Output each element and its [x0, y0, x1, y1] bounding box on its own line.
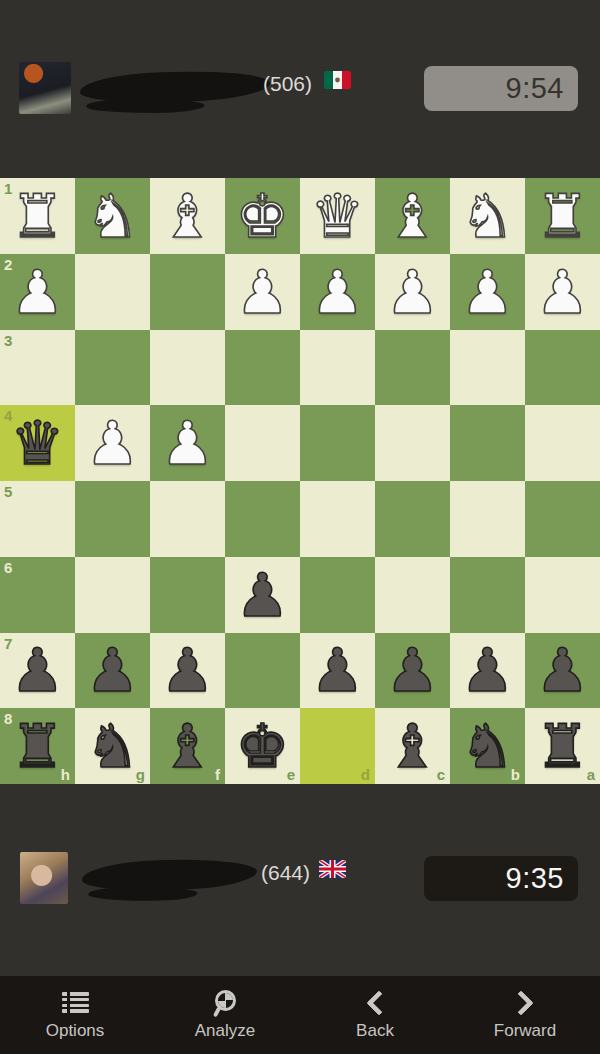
white-knight-g1[interactable]: ♞ [86, 179, 140, 253]
analyze-label: Analyze [195, 1022, 255, 1040]
white-pawn-f4[interactable]: ♟ [161, 406, 215, 480]
square-h4[interactable]: 4♛ [0, 405, 75, 481]
square-d8[interactable]: d [300, 708, 375, 784]
square-d5[interactable] [300, 481, 375, 557]
square-g6[interactable] [75, 557, 150, 633]
square-a2[interactable]: ♟ [525, 254, 600, 330]
black-queen-h4[interactable]: ♛ [11, 406, 65, 480]
square-a8[interactable]: a♜ [525, 708, 600, 784]
back-label: Back [356, 1022, 394, 1040]
square-d6[interactable] [300, 557, 375, 633]
forward-label: Forward [494, 1022, 556, 1040]
black-king-e8[interactable]: ♚ [236, 709, 290, 783]
square-f3[interactable] [150, 330, 225, 406]
square-e3[interactable] [225, 330, 300, 406]
rank-label-3: 3 [4, 333, 12, 348]
square-h7[interactable]: 7♟ [0, 633, 75, 709]
analyze-magnifier-icon [212, 991, 238, 1015]
square-a1[interactable]: ♜ [525, 178, 600, 254]
square-b4[interactable] [450, 405, 525, 481]
white-pawn-a2[interactable]: ♟ [536, 255, 590, 329]
square-a5[interactable] [525, 481, 600, 557]
white-king-e1[interactable]: ♚ [236, 179, 290, 253]
square-c7[interactable]: ♟ [375, 633, 450, 709]
square-g1[interactable]: ♞ [75, 178, 150, 254]
square-c1[interactable]: ♝ [375, 178, 450, 254]
rank-label-7: 7 [4, 636, 12, 651]
square-e7[interactable] [225, 633, 300, 709]
back-chevron-icon [362, 991, 388, 1015]
square-g5[interactable] [75, 481, 150, 557]
square-b5[interactable] [450, 481, 525, 557]
square-d3[interactable] [300, 330, 375, 406]
file-label-f: f [215, 767, 220, 782]
top-player-row: (506) 9:54 [0, 62, 600, 122]
square-f5[interactable] [150, 481, 225, 557]
file-label-a: a [587, 767, 595, 782]
top-player-clock: 9:54 [424, 66, 578, 111]
white-pawn-b2[interactable]: ♟ [461, 255, 515, 329]
white-pawn-d2[interactable]: ♟ [311, 255, 365, 329]
square-c3[interactable] [375, 330, 450, 406]
analyze-button[interactable]: Analyze [150, 991, 300, 1040]
square-a6[interactable] [525, 557, 600, 633]
options-button[interactable]: Options [0, 991, 150, 1040]
file-label-c: c [437, 767, 445, 782]
square-e6[interactable]: ♟ [225, 557, 300, 633]
white-pawn-g4[interactable]: ♟ [86, 406, 140, 480]
uk-flag-icon [319, 860, 346, 878]
bottom-player-row: (644) 9:35 [0, 852, 600, 912]
options-label: Options [46, 1022, 105, 1040]
square-b1[interactable]: ♞ [450, 178, 525, 254]
square-h8[interactable]: 8h♜ [0, 708, 75, 784]
bottom-clock-time: 9:35 [506, 862, 564, 895]
top-clock-time: 9:54 [506, 72, 564, 105]
square-e8[interactable]: e♚ [225, 708, 300, 784]
square-c6[interactable] [375, 557, 450, 633]
square-e2[interactable]: ♟ [225, 254, 300, 330]
square-e5[interactable] [225, 481, 300, 557]
white-rook-h1[interactable]: ♜ [11, 179, 65, 253]
square-b3[interactable] [450, 330, 525, 406]
square-g7[interactable]: ♟ [75, 633, 150, 709]
square-a3[interactable] [525, 330, 600, 406]
top-player-avatar[interactable] [19, 62, 71, 114]
square-d4[interactable] [300, 405, 375, 481]
white-queen-d1[interactable]: ♛ [311, 179, 365, 253]
black-pawn-b7[interactable]: ♟ [461, 633, 515, 707]
mexico-flag-icon [324, 71, 351, 89]
square-c4[interactable] [375, 405, 450, 481]
rank-label-5: 5 [4, 484, 12, 499]
square-d1[interactable]: ♛ [300, 178, 375, 254]
bottom-player-clock: 9:35 [424, 856, 578, 901]
square-f4[interactable]: ♟ [150, 405, 225, 481]
square-g3[interactable] [75, 330, 150, 406]
black-rook-a8[interactable]: ♜ [536, 709, 590, 783]
square-f1[interactable]: ♝ [150, 178, 225, 254]
white-bishop-f1[interactable]: ♝ [161, 179, 215, 253]
square-c8[interactable]: c♝ [375, 708, 450, 784]
file-label-e: e [287, 767, 295, 782]
rank-label-6: 6 [4, 560, 12, 575]
square-b7[interactable]: ♟ [450, 633, 525, 709]
rank-label-8: 8 [4, 711, 12, 726]
square-a4[interactable] [525, 405, 600, 481]
black-pawn-d7[interactable]: ♟ [311, 633, 365, 707]
square-b8[interactable]: b♞ [450, 708, 525, 784]
white-pawn-e2[interactable]: ♟ [236, 255, 290, 329]
bottom-player-name-redacted [82, 858, 258, 893]
square-e4[interactable] [225, 405, 300, 481]
file-label-g: g [136, 767, 145, 782]
black-pawn-g7[interactable]: ♟ [86, 633, 140, 707]
square-e1[interactable]: ♚ [225, 178, 300, 254]
file-label-b: b [511, 767, 520, 782]
bottom-player-rating: (644) [261, 861, 310, 885]
forward-chevron-icon [512, 991, 538, 1015]
black-knight-b8[interactable]: ♞ [461, 709, 515, 783]
square-g4[interactable]: ♟ [75, 405, 150, 481]
square-h6[interactable]: 6 [0, 557, 75, 633]
back-button[interactable]: Back [300, 991, 450, 1040]
square-b2[interactable]: ♟ [450, 254, 525, 330]
black-pawn-a7[interactable]: ♟ [536, 633, 590, 707]
square-f8[interactable]: f♝ [150, 708, 225, 784]
white-bishop-c1[interactable]: ♝ [386, 179, 440, 253]
top-player-rating: (506) [263, 72, 312, 96]
black-bishop-f8[interactable]: ♝ [161, 709, 215, 783]
black-pawn-c7[interactable]: ♟ [386, 633, 440, 707]
square-f2[interactable] [150, 254, 225, 330]
square-c2[interactable]: ♟ [375, 254, 450, 330]
square-h3[interactable]: 3 [0, 330, 75, 406]
bottom-nav-bar: Options Analyze Back Forward [0, 976, 600, 1054]
black-pawn-e6[interactable]: ♟ [236, 558, 290, 632]
square-a7[interactable]: ♟ [525, 633, 600, 709]
bottom-player-avatar[interactable] [20, 852, 68, 904]
black-rook-h8[interactable]: ♜ [11, 709, 65, 783]
options-list-icon [62, 991, 89, 1015]
white-pawn-c2[interactable]: ♟ [386, 255, 440, 329]
black-pawn-f7[interactable]: ♟ [161, 633, 215, 707]
square-f6[interactable] [150, 557, 225, 633]
black-bishop-c8[interactable]: ♝ [386, 709, 440, 783]
square-g8[interactable]: g♞ [75, 708, 150, 784]
forward-button[interactable]: Forward [450, 991, 600, 1040]
square-d2[interactable]: ♟ [300, 254, 375, 330]
square-h2[interactable]: 2♟ [0, 254, 75, 330]
white-pawn-h2[interactable]: ♟ [11, 255, 65, 329]
top-player-name-redacted [80, 69, 271, 104]
square-g2[interactable] [75, 254, 150, 330]
square-c5[interactable] [375, 481, 450, 557]
rank-label-1: 1 [4, 181, 12, 196]
square-h1[interactable]: 1♜ [0, 178, 75, 254]
file-label-d: d [361, 767, 370, 782]
white-knight-b1[interactable]: ♞ [461, 179, 515, 253]
rank-label-2: 2 [4, 257, 12, 272]
square-f7[interactable]: ♟ [150, 633, 225, 709]
chess-board: 1♜♞♝♚♛♝♞♜2♟♟♟♟♟♟34♛♟♟56♟7♟♟♟♟♟♟♟8h♜g♞f♝e… [0, 178, 600, 784]
square-h5[interactable]: 5 [0, 481, 75, 557]
file-label-h: h [61, 767, 70, 782]
black-pawn-h7[interactable]: ♟ [11, 633, 65, 707]
square-d7[interactable]: ♟ [300, 633, 375, 709]
black-knight-g8[interactable]: ♞ [86, 709, 140, 783]
square-b6[interactable] [450, 557, 525, 633]
rank-label-4: 4 [4, 408, 12, 423]
white-rook-a1[interactable]: ♜ [536, 179, 590, 253]
